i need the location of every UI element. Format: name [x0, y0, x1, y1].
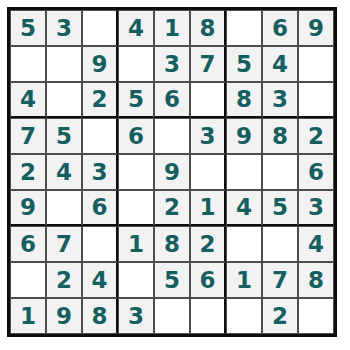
cell-r6c3[interactable]: 6: [82, 190, 118, 226]
cell-r7c3[interactable]: [82, 226, 118, 262]
cell-r3c3[interactable]: 2: [82, 82, 118, 118]
cell-r9c5[interactable]: [154, 298, 190, 334]
cell-r8c3[interactable]: 4: [82, 262, 118, 298]
cell-r4c9[interactable]: 2: [298, 118, 334, 154]
cell-r5c2[interactable]: 4: [46, 154, 82, 190]
cell-r6c8[interactable]: 5: [262, 190, 298, 226]
cell-r2c8[interactable]: 4: [262, 46, 298, 82]
cell-r2c2[interactable]: [46, 46, 82, 82]
cell-r7c8[interactable]: [262, 226, 298, 262]
cell-r7c9[interactable]: 4: [298, 226, 334, 262]
cell-r1c6[interactable]: 8: [190, 10, 226, 46]
cell-r2c3[interactable]: 9: [82, 46, 118, 82]
cell-r2c9[interactable]: [298, 46, 334, 82]
cell-r7c2[interactable]: 7: [46, 226, 82, 262]
cell-r1c4[interactable]: 4: [118, 10, 154, 46]
cell-r2c1[interactable]: [10, 46, 46, 82]
cell-r8c6[interactable]: 6: [190, 262, 226, 298]
cell-r7c1[interactable]: 6: [10, 226, 46, 262]
cell-r8c1[interactable]: [10, 262, 46, 298]
cell-r6c6[interactable]: 1: [190, 190, 226, 226]
cell-r3c8[interactable]: 3: [262, 82, 298, 118]
sudoku-page: 5341869937544256837563982243969621453671…: [0, 0, 350, 344]
cell-r4c7[interactable]: 9: [226, 118, 262, 154]
cell-r4c4[interactable]: 6: [118, 118, 154, 154]
cell-r8c9[interactable]: 8: [298, 262, 334, 298]
cell-r8c2[interactable]: 2: [46, 262, 82, 298]
cell-r1c8[interactable]: 6: [262, 10, 298, 46]
cell-r7c5[interactable]: 8: [154, 226, 190, 262]
cell-r2c5[interactable]: 3: [154, 46, 190, 82]
cell-r3c7[interactable]: 8: [226, 82, 262, 118]
cell-r9c8[interactable]: 2: [262, 298, 298, 334]
cell-r6c2[interactable]: [46, 190, 82, 226]
cell-r8c7[interactable]: 1: [226, 262, 262, 298]
cell-r4c1[interactable]: 7: [10, 118, 46, 154]
cell-r2c6[interactable]: 7: [190, 46, 226, 82]
cell-r9c4[interactable]: 3: [118, 298, 154, 334]
cell-r4c3[interactable]: [82, 118, 118, 154]
cell-r4c8[interactable]: 8: [262, 118, 298, 154]
cell-r6c1[interactable]: 9: [10, 190, 46, 226]
cell-r9c9[interactable]: [298, 298, 334, 334]
cell-r1c7[interactable]: [226, 10, 262, 46]
cell-r3c6[interactable]: [190, 82, 226, 118]
cell-r7c7[interactable]: [226, 226, 262, 262]
cell-r3c4[interactable]: 5: [118, 82, 154, 118]
cell-r2c4[interactable]: [118, 46, 154, 82]
cell-r8c5[interactable]: 5: [154, 262, 190, 298]
cell-r9c2[interactable]: 9: [46, 298, 82, 334]
cell-r4c6[interactable]: 3: [190, 118, 226, 154]
cell-r9c6[interactable]: [190, 298, 226, 334]
sudoku-board: 5341869937544256837563982243969621453671…: [7, 7, 337, 337]
cell-r3c9[interactable]: [298, 82, 334, 118]
cell-r6c5[interactable]: 2: [154, 190, 190, 226]
cell-r9c1[interactable]: 1: [10, 298, 46, 334]
cell-r1c9[interactable]: 9: [298, 10, 334, 46]
cell-r7c4[interactable]: 1: [118, 226, 154, 262]
cell-r1c2[interactable]: 3: [46, 10, 82, 46]
cell-r1c1[interactable]: 5: [10, 10, 46, 46]
cell-r5c1[interactable]: 2: [10, 154, 46, 190]
cell-r5c6[interactable]: [190, 154, 226, 190]
cell-r8c8[interactable]: 7: [262, 262, 298, 298]
cell-r5c9[interactable]: 6: [298, 154, 334, 190]
cell-r5c4[interactable]: [118, 154, 154, 190]
cell-r9c7[interactable]: [226, 298, 262, 334]
cell-r5c3[interactable]: 3: [82, 154, 118, 190]
cell-r7c6[interactable]: 2: [190, 226, 226, 262]
cell-r5c5[interactable]: 9: [154, 154, 190, 190]
cell-r1c5[interactable]: 1: [154, 10, 190, 46]
cell-r5c8[interactable]: [262, 154, 298, 190]
cell-r6c7[interactable]: 4: [226, 190, 262, 226]
cell-r6c4[interactable]: [118, 190, 154, 226]
cell-r6c9[interactable]: 3: [298, 190, 334, 226]
cell-r3c5[interactable]: 6: [154, 82, 190, 118]
cell-r4c5[interactable]: [154, 118, 190, 154]
cell-r3c1[interactable]: 4: [10, 82, 46, 118]
cell-r1c3[interactable]: [82, 10, 118, 46]
cell-r9c3[interactable]: 8: [82, 298, 118, 334]
cell-r8c4[interactable]: [118, 262, 154, 298]
cell-r5c7[interactable]: [226, 154, 262, 190]
cell-r3c2[interactable]: [46, 82, 82, 118]
cell-r2c7[interactable]: 5: [226, 46, 262, 82]
cell-r4c2[interactable]: 5: [46, 118, 82, 154]
